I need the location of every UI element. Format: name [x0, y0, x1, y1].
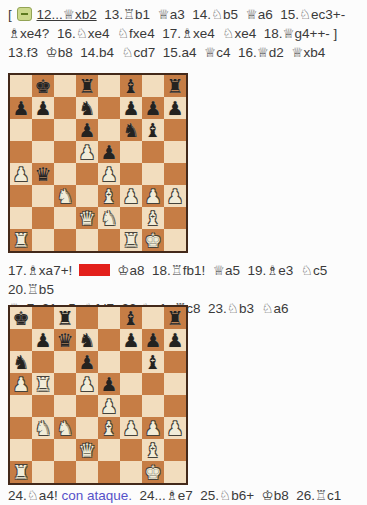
square-a7: ♟ — [10, 97, 32, 119]
black-pawn: ♟ — [34, 97, 51, 119]
square-e7 — [98, 97, 120, 119]
square-e6 — [98, 351, 120, 373]
white-pawn: ♟ — [100, 395, 117, 417]
square-f8: ♝ — [120, 307, 142, 329]
square-e8 — [98, 75, 120, 97]
black-queen: ♛ — [34, 163, 51, 185]
square-b2 — [32, 207, 54, 229]
square-h6 — [164, 119, 186, 141]
black-pawn: ♟ — [122, 97, 139, 119]
black-pawn: ♟ — [34, 329, 51, 351]
square-e8 — [98, 307, 120, 329]
square-b5 — [32, 141, 54, 163]
square-b8: ♚ — [32, 75, 54, 97]
square-c6 — [54, 351, 76, 373]
square-b8 — [32, 307, 54, 329]
square-c3: ♞ — [54, 185, 76, 207]
white-pawn: ♟ — [100, 163, 117, 185]
bracket-open: [ — [8, 7, 16, 22]
square-e5: ♟ — [98, 373, 120, 395]
white-bishop: ♝ — [100, 417, 117, 439]
square-d3 — [76, 185, 98, 207]
square-a5 — [10, 141, 32, 163]
square-c4 — [54, 163, 76, 185]
black-pawn: ♟ — [100, 141, 117, 163]
square-g1: ♚ — [142, 461, 164, 483]
square-c8: ♜ — [54, 307, 76, 329]
square-d8: ♜ — [76, 75, 98, 97]
mainline-line-1: 13.f3 ♔b8 14.b4 ♘cd7 15.a4 ♕c4 16.♕d2 ♕x… — [8, 43, 360, 62]
white-rook: ♜ — [122, 229, 139, 251]
square-h1 — [164, 461, 186, 483]
square-a8 — [10, 75, 32, 97]
black-knight: ♞ — [12, 351, 29, 373]
square-f2 — [120, 439, 142, 461]
square-h2 — [164, 439, 186, 461]
square-h3: ♟ — [164, 417, 186, 439]
square-a4 — [10, 395, 32, 417]
square-b6 — [32, 119, 54, 141]
black-bishop: ♝ — [122, 75, 139, 97]
square-b2 — [32, 439, 54, 461]
square-c3: ♞ — [54, 417, 76, 439]
square-b3 — [32, 185, 54, 207]
black-king: ♚ — [12, 307, 29, 329]
white-knight: ♞ — [34, 417, 51, 439]
chess-diagram-2[interactable]: ♚♜♝♜♟♛♞♟♟♟♞♟♝♟♜♟♟♟♞♞♝♟♟♟♛♝♜♚ — [8, 305, 188, 485]
square-f2 — [120, 207, 142, 229]
square-e6 — [98, 119, 120, 141]
square-c7 — [54, 97, 76, 119]
square-c4 — [54, 395, 76, 417]
black-bishop: ♝ — [122, 307, 139, 329]
square-b1 — [32, 229, 54, 251]
white-king: ♚ — [144, 461, 161, 483]
square-d6: ♟ — [76, 119, 98, 141]
square-c8 — [54, 75, 76, 97]
square-b6 — [32, 351, 54, 373]
black-queen: ♛ — [56, 329, 73, 351]
square-e1 — [98, 461, 120, 483]
square-a6: ♞ — [10, 351, 32, 373]
square-h4 — [164, 395, 186, 417]
black-pawn: ♟ — [78, 119, 95, 141]
square-d4 — [76, 395, 98, 417]
square-c1 — [54, 229, 76, 251]
square-f3: ♟ — [120, 417, 142, 439]
white-knight: ♞ — [56, 417, 73, 439]
square-d6: ♟ — [76, 351, 98, 373]
square-g3: ♟ — [142, 417, 164, 439]
square-d5: ♟ — [76, 141, 98, 163]
move-17-Bxa7[interactable]: 17.♗xa7+! — [8, 263, 72, 278]
square-g5 — [142, 141, 164, 163]
white-knight: ♞ — [100, 207, 117, 229]
white-bishop: ♝ — [144, 207, 161, 229]
square-c5 — [54, 141, 76, 163]
square-a5: ♟ — [10, 373, 32, 395]
square-b5: ♜ — [32, 373, 54, 395]
white-pawn: ♟ — [78, 373, 95, 395]
square-g8 — [142, 307, 164, 329]
move-24-Na4[interactable]: 24.♘a4! — [8, 488, 61, 503]
square-a6 — [10, 119, 32, 141]
black-bishop: ♝ — [144, 351, 161, 373]
square-g6: ♝ — [142, 351, 164, 373]
square-d8 — [76, 307, 98, 329]
square-e4: ♟ — [98, 163, 120, 185]
equal-sign-bar — [21, 13, 28, 15]
square-b4 — [32, 395, 54, 417]
square-h8: ♜ — [164, 307, 186, 329]
square-d2: ♛ — [76, 439, 98, 461]
white-pawn: ♟ — [144, 417, 161, 439]
bottom-line-1: 24.♘a4! con ataque. 24...♗e7 25.♘b6+ ♔b8… — [8, 486, 360, 505]
black-pawn: ♟ — [122, 329, 139, 351]
square-h2 — [164, 207, 186, 229]
square-g1: ♚ — [142, 229, 164, 251]
square-g4 — [142, 163, 164, 185]
square-f6 — [120, 351, 142, 373]
square-e4: ♟ — [98, 395, 120, 417]
white-knight: ♞ — [56, 185, 73, 207]
black-pawn: ♟ — [166, 329, 183, 351]
black-pawn: ♟ — [12, 97, 29, 119]
square-g2: ♝ — [142, 439, 164, 461]
square-c5 — [54, 373, 76, 395]
black-bishop: ♝ — [144, 119, 161, 141]
equal-evaluation-icon — [17, 7, 32, 21]
square-a2 — [10, 207, 32, 229]
black-pawn: ♟ — [144, 97, 161, 119]
square-b4: ♛ — [32, 163, 54, 185]
white-rook: ♜ — [12, 461, 29, 483]
white-pawn: ♟ — [166, 417, 183, 439]
square-d1 — [76, 229, 98, 251]
black-king: ♚ — [34, 75, 51, 97]
square-a3 — [10, 185, 32, 207]
square-f3: ♟ — [120, 185, 142, 207]
white-pawn: ♟ — [12, 163, 29, 185]
white-queen: ♛ — [78, 207, 95, 229]
white-pawn: ♟ — [144, 185, 161, 207]
square-c6 — [54, 119, 76, 141]
square-d7: ♞ — [76, 329, 98, 351]
square-a2 — [10, 439, 32, 461]
square-b3: ♞ — [32, 417, 54, 439]
black-pawn: ♟ — [78, 351, 95, 373]
square-f5 — [120, 141, 142, 163]
white-bishop: ♝ — [144, 439, 161, 461]
square-e7 — [98, 329, 120, 351]
square-g2: ♝ — [142, 207, 164, 229]
square-e1 — [98, 229, 120, 251]
square-e2 — [98, 439, 120, 461]
square-h8: ♜ — [164, 75, 186, 97]
square-f7: ♟ — [120, 329, 142, 351]
square-c1 — [54, 461, 76, 483]
middle-line-1: 17.♗xa7+!♔a8 18.♖fb1! ♕a5 19.♗e3 ♘c5 20.… — [8, 261, 360, 299]
red-highlight-marker[interactable] — [79, 264, 110, 276]
black-pawn: ♟ — [100, 373, 117, 395]
square-d3 — [76, 417, 98, 439]
square-e3: ♝ — [98, 185, 120, 207]
square-f1: ♜ — [120, 229, 142, 251]
square-h5 — [164, 141, 186, 163]
black-rook: ♜ — [166, 307, 183, 329]
variation-moves-1[interactable]: 13.♖b1 ♕a3 14.♘b5 ♕a6 15.♘ec3+- — [97, 7, 346, 22]
square-c7: ♛ — [54, 329, 76, 351]
white-rook: ♜ — [34, 373, 51, 395]
square-a8: ♚ — [10, 307, 32, 329]
square-b7: ♟ — [32, 329, 54, 351]
spanish-annotation-con-ataque: con ataque. — [61, 488, 132, 503]
black-knight: ♞ — [78, 97, 95, 119]
square-h7: ♟ — [164, 329, 186, 351]
square-d7: ♞ — [76, 97, 98, 119]
square-a7 — [10, 329, 32, 351]
square-d1 — [76, 461, 98, 483]
variation-moves-2[interactable]: ♗xe4? 16.♘xe4 ♘fxe4 17.♗xe4 ♘xe4 18.♕g4+… — [8, 26, 337, 41]
square-g6: ♝ — [142, 119, 164, 141]
square-d4 — [76, 163, 98, 185]
square-h3: ♟ — [164, 185, 186, 207]
square-g4 — [142, 395, 164, 417]
bottom-text-block: 24.♘a4! con ataque. 24...♗e7 25.♘b6+ ♔b8… — [8, 486, 360, 505]
square-a1: ♜ — [10, 229, 32, 251]
square-b1 — [32, 461, 54, 483]
square-h6 — [164, 351, 186, 373]
mainline-moves-1[interactable]: 13.f3 ♔b8 14.b4 ♘cd7 15.a4 ♕c4 16.♕d2 ♕x… — [8, 45, 325, 60]
square-c2 — [54, 439, 76, 461]
white-bishop: ♝ — [100, 185, 117, 207]
white-rook: ♜ — [12, 229, 29, 251]
square-f1 — [120, 461, 142, 483]
notation-page: [ 12...♕xb2 13.♖b1 ♕a3 14.♘b5 ♕a6 15.♘ec… — [0, 0, 367, 505]
square-h5 — [164, 373, 186, 395]
move-link-12-Qxb2[interactable]: 12...♕xb2 — [37, 7, 97, 22]
white-pawn: ♟ — [12, 373, 29, 395]
black-knight: ♞ — [122, 119, 139, 141]
square-a4: ♟ — [10, 163, 32, 185]
square-e5: ♟ — [98, 141, 120, 163]
variation-line-2: ♗xe4? 16.♘xe4 ♘fxe4 17.♗xe4 ♘xe4 18.♕g4+… — [8, 24, 360, 43]
square-f5 — [120, 373, 142, 395]
white-queen: ♛ — [78, 439, 95, 461]
black-rook: ♜ — [56, 307, 73, 329]
square-h4 — [164, 163, 186, 185]
square-e3: ♝ — [98, 417, 120, 439]
black-pawn: ♟ — [166, 97, 183, 119]
square-f8: ♝ — [120, 75, 142, 97]
square-f4 — [120, 395, 142, 417]
white-pawn: ♟ — [166, 185, 183, 207]
black-rook: ♜ — [78, 75, 95, 97]
white-king: ♚ — [144, 229, 161, 251]
square-b7: ♟ — [32, 97, 54, 119]
white-pawn: ♟ — [122, 417, 139, 439]
square-f7: ♟ — [120, 97, 142, 119]
variation-text-block: [ 12...♕xb2 13.♖b1 ♕a3 14.♘b5 ♕a6 15.♘ec… — [8, 5, 360, 62]
variation-line-1: [ 12...♕xb2 13.♖b1 ♕a3 14.♘b5 ♕a6 15.♘ec… — [8, 5, 360, 24]
square-d5: ♟ — [76, 373, 98, 395]
square-d2: ♛ — [76, 207, 98, 229]
square-h1 — [164, 229, 186, 251]
white-pawn: ♟ — [78, 141, 95, 163]
square-e2: ♞ — [98, 207, 120, 229]
square-a1: ♜ — [10, 461, 32, 483]
square-a3 — [10, 417, 32, 439]
square-g7: ♟ — [142, 329, 164, 351]
white-pawn: ♟ — [122, 185, 139, 207]
square-g7: ♟ — [142, 97, 164, 119]
square-f4 — [120, 163, 142, 185]
chess-diagram-1[interactable]: ♚♜♝♜♟♟♞♟♟♟♟♞♝♟♟♟♛♟♞♝♟♟♟♛♞♝♜♜♚ — [8, 73, 188, 253]
square-g3: ♟ — [142, 185, 164, 207]
square-g5 — [142, 373, 164, 395]
square-g8 — [142, 75, 164, 97]
black-knight: ♞ — [78, 329, 95, 351]
square-h7: ♟ — [164, 97, 186, 119]
black-rook: ♜ — [166, 75, 183, 97]
black-pawn: ♟ — [144, 329, 161, 351]
square-f6: ♞ — [120, 119, 142, 141]
square-c2 — [54, 207, 76, 229]
